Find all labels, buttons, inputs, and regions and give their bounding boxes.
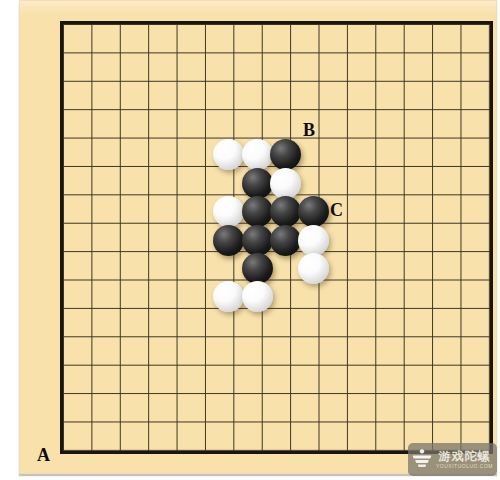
black-stone[interactable]: [213, 225, 244, 256]
spinning-top-logo-icon: [412, 448, 432, 472]
board-label-b: B: [303, 121, 315, 139]
white-stone[interactable]: [213, 196, 244, 227]
white-stone[interactable]: [298, 225, 329, 256]
board-label-a: A: [37, 446, 50, 464]
white-stone[interactable]: [298, 253, 329, 284]
black-stone[interactable]: [242, 196, 273, 227]
black-stone[interactable]: [270, 139, 301, 170]
black-stone[interactable]: [270, 225, 301, 256]
white-stone[interactable]: [270, 168, 301, 199]
white-stone[interactable]: [242, 281, 273, 312]
watermark-brand: 游戏陀螺: [438, 450, 490, 462]
screenshot-stage: ABC 游戏陀螺 YOUXITUOLUO.COM: [0, 0, 500, 480]
board-label-c: C: [330, 201, 343, 219]
black-stone[interactable]: [242, 225, 273, 256]
black-stone[interactable]: [242, 168, 273, 199]
watermark: 游戏陀螺 YOUXITUOLUO.COM: [408, 443, 497, 476]
black-stone[interactable]: [270, 196, 301, 227]
watermark-text: 游戏陀螺 YOUXITUOLUO.COM: [436, 450, 493, 469]
black-stone[interactable]: [242, 253, 273, 284]
white-stone[interactable]: [242, 139, 273, 170]
watermark-domain: YOUXITUOLUO.COM: [436, 464, 493, 469]
